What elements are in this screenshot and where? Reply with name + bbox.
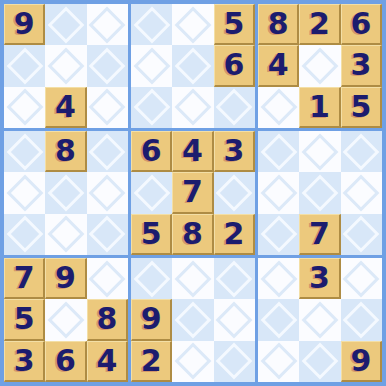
diamond-icon [343,216,380,253]
cell-r7c6[interactable] [214,258,255,299]
diamond-icon [343,302,380,339]
cell-r1c9: 6 [341,4,382,45]
box-r3c3: 39 [258,258,382,382]
cell-r1c6: 5 [214,4,255,45]
given-digit: 2 [309,9,330,39]
cell-r1c2[interactable] [45,4,86,45]
cell-r2c7: 4 [258,45,299,86]
given-digit: 4 [55,92,76,122]
cell-r5c7[interactable] [258,172,299,213]
cell-r9c8[interactable] [299,341,340,382]
diamond-icon [89,48,126,85]
cell-r7c1: 7 [4,258,45,299]
cell-r3c2: 4 [45,87,86,128]
diamond-icon [216,302,253,339]
diamond-icon [175,6,212,43]
diamond-icon [302,302,339,339]
cell-r2c8[interactable] [299,45,340,86]
diamond-icon [89,260,126,297]
diamond-icon [260,343,297,380]
diamond-icon [6,216,43,253]
given-digit: 6 [141,136,162,166]
cell-r5c1[interactable] [4,172,45,213]
sudoku-board: 9456826431586437582779583649239 [0,0,386,386]
cell-r6c6: 2 [214,214,255,255]
given-digit: 5 [141,219,162,249]
given-digit: 1 [309,92,330,122]
diamond-icon [302,48,339,85]
diamond-icon [133,260,170,297]
given-digit: 7 [14,263,35,293]
cell-r8c8[interactable] [299,299,340,340]
diamond-icon [343,133,380,170]
diamond-icon [6,133,43,170]
diamond-icon [89,89,126,126]
given-digit: 9 [14,9,35,39]
cell-r3c8: 1 [299,87,340,128]
cell-r6c8: 7 [299,214,340,255]
diamond-icon [133,175,170,212]
cell-r8c2[interactable] [45,299,86,340]
diamond-icon [216,343,253,380]
diamond-icon [343,260,380,297]
diamond-icon [48,6,85,43]
diamond-icon [89,133,126,170]
cell-r9c9: 9 [341,341,382,382]
diamond-icon [260,89,297,126]
diamond-icon [216,89,253,126]
cell-r5c5: 7 [172,172,213,213]
cell-r2c4[interactable] [131,45,172,86]
diamond-icon [175,89,212,126]
cell-r6c9[interactable] [341,214,382,255]
diamond-icon [216,260,253,297]
cell-r5c6[interactable] [214,172,255,213]
cell-r6c4: 5 [131,214,172,255]
cell-r2c9: 3 [341,45,382,86]
cell-r8c4: 9 [131,299,172,340]
diamond-icon [302,133,339,170]
cell-r4c2: 8 [45,131,86,172]
given-digit: 6 [55,346,76,376]
box-r2c3: 7 [258,131,382,255]
diamond-icon [133,48,170,85]
cell-r7c3[interactable] [87,258,128,299]
cell-r9c1: 3 [4,341,45,382]
given-digit: 8 [182,219,203,249]
cell-r2c1[interactable] [4,45,45,86]
cell-r9c5[interactable] [172,341,213,382]
diamond-icon [260,260,297,297]
diamond-icon [175,48,212,85]
cell-r2c3[interactable] [87,45,128,86]
diamond-icon [133,89,170,126]
diamond-icon [6,48,43,85]
diamond-icon [48,302,85,339]
box-r2c1: 8 [4,131,128,255]
diamond-icon [89,6,126,43]
cell-r3c7[interactable] [258,87,299,128]
given-digit: 9 [55,263,76,293]
diamond-icon [302,343,339,380]
cell-r4c9[interactable] [341,131,382,172]
cell-r3c1[interactable] [4,87,45,128]
diamond-icon [260,302,297,339]
cell-r3c6[interactable] [214,87,255,128]
diamond-icon [260,216,297,253]
diamond-icon [133,6,170,43]
cell-r4c6: 3 [214,131,255,172]
given-digit: 5 [14,304,35,334]
cell-r1c4[interactable] [131,4,172,45]
given-digit: 2 [141,346,162,376]
cell-r3c3[interactable] [87,87,128,128]
cell-r7c2: 9 [45,258,86,299]
cell-r7c8: 3 [299,258,340,299]
box-r3c1: 7958364 [4,258,128,382]
cell-r1c7: 8 [258,4,299,45]
box-r1c2: 56 [131,4,255,128]
given-digit: 4 [182,136,203,166]
diamond-icon [6,175,43,212]
diamond-icon [175,260,212,297]
cell-r6c7[interactable] [258,214,299,255]
cell-r6c3[interactable] [87,214,128,255]
diamond-icon [175,343,212,380]
diamond-icon [48,175,85,212]
cell-r3c5[interactable] [172,87,213,128]
cell-r1c8: 2 [299,4,340,45]
cell-r6c1[interactable] [4,214,45,255]
cell-r5c8[interactable] [299,172,340,213]
cell-r5c3[interactable] [87,172,128,213]
cell-r4c7[interactable] [258,131,299,172]
diamond-icon [89,216,126,253]
given-digit: 9 [141,304,162,334]
box-r2c2: 6437582 [131,131,255,255]
cell-r4c3[interactable] [87,131,128,172]
cell-r4c4: 6 [131,131,172,172]
cell-r1c5[interactable] [172,4,213,45]
diamond-icon [48,48,85,85]
cell-r7c7[interactable] [258,258,299,299]
cell-r2c6: 6 [214,45,255,86]
box-r1c3: 8264315 [258,4,382,128]
given-digit: 6 [350,9,371,39]
diamond-icon [302,175,339,212]
diamond-icon [89,175,126,212]
given-digit: 3 [309,263,330,293]
given-digit: 7 [182,177,203,207]
given-digit: 5 [223,9,244,39]
cell-r7c4[interactable] [131,258,172,299]
box-r1c1: 94 [4,4,128,128]
cell-r4c1[interactable] [4,131,45,172]
cell-r9c6[interactable] [214,341,255,382]
cell-r8c7[interactable] [258,299,299,340]
cell-r1c3[interactable] [87,4,128,45]
diamond-icon [175,302,212,339]
given-digit: 8 [55,136,76,166]
cell-r8c9[interactable] [341,299,382,340]
cell-r2c2[interactable] [45,45,86,86]
cell-r8c5[interactable] [172,299,213,340]
diamond-icon [343,175,380,212]
cell-r9c2: 6 [45,341,86,382]
given-digit: 4 [96,346,117,376]
given-digit: 8 [96,304,117,334]
cell-r8c1: 5 [4,299,45,340]
cell-r8c6[interactable] [214,299,255,340]
cell-r2c5[interactable] [172,45,213,86]
diamond-icon [6,89,43,126]
cell-r6c5: 8 [172,214,213,255]
diamond-icon [48,216,85,253]
cell-r9c4: 2 [131,341,172,382]
given-digit: 3 [14,346,35,376]
cell-r9c3: 4 [87,341,128,382]
cell-r7c9[interactable] [341,258,382,299]
given-digit: 3 [223,136,244,166]
given-digit: 6 [223,50,244,80]
cell-r8c3: 8 [87,299,128,340]
cell-r5c9[interactable] [341,172,382,213]
given-digit: 9 [350,346,371,376]
cell-r7c5[interactable] [172,258,213,299]
cell-r1c1: 9 [4,4,45,45]
cell-r4c8[interactable] [299,131,340,172]
given-digit: 3 [350,50,371,80]
diamond-icon [260,175,297,212]
cell-r5c4[interactable] [131,172,172,213]
box-r3c2: 92 [131,258,255,382]
given-digit: 5 [350,92,371,122]
diamond-icon [260,133,297,170]
given-digit: 7 [309,219,330,249]
cell-r3c4[interactable] [131,87,172,128]
cell-r3c9: 5 [341,87,382,128]
cell-r6c2[interactable] [45,214,86,255]
diamond-icon [216,175,253,212]
given-digit: 2 [223,219,244,249]
cell-r5c2[interactable] [45,172,86,213]
cell-r9c7[interactable] [258,341,299,382]
cell-r4c5: 4 [172,131,213,172]
given-digit: 8 [268,9,289,39]
given-digit: 4 [268,50,289,80]
